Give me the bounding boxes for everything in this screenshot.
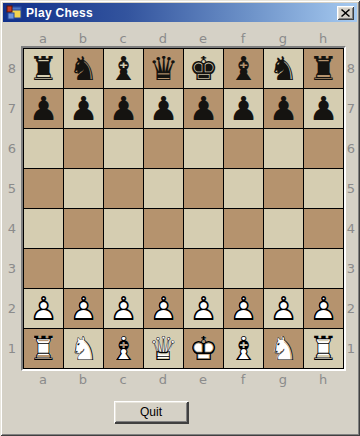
piece-white-knight[interactable]: ♞♘ [64,329,103,368]
file-labels-top: abcdefgh [23,31,343,46]
square-e2[interactable]: ♟♙ [184,289,223,328]
square-h1[interactable]: ♜♖ [304,329,343,368]
square-d1[interactable]: ♛♕ [144,329,183,368]
square-g3[interactable] [264,249,303,288]
piece-white-pawn[interactable]: ♟♙ [304,289,343,328]
square-c8[interactable]: ♝ [104,49,143,88]
square-d4[interactable] [144,209,183,248]
piece-glyph-outline: ♘ [64,329,103,368]
client-area: abcdefgh 87654321 ♜♞♝♛♚♝♞♜♟♟♟♟♟♟♟♟♟♙♟♙♟♙… [3,22,357,433]
rank-label-right-4: 4 [344,208,358,248]
piece-white-pawn[interactable]: ♟♙ [184,289,223,328]
square-h3[interactable] [304,249,343,288]
square-c3[interactable] [104,249,143,288]
square-a3[interactable] [24,249,63,288]
rank-label-right-3: 3 [344,248,358,288]
file-label-top-d: d [143,31,183,46]
rank-label-left-6: 6 [5,128,19,168]
rank-label-right-5: 5 [344,168,358,208]
square-c4[interactable] [104,209,143,248]
square-e6[interactable] [184,129,223,168]
file-label-top-e: e [183,31,223,46]
rank-label-left-2: 2 [5,288,19,328]
rank-label-right-8: 8 [344,48,358,88]
square-f2[interactable]: ♟♙ [224,289,263,328]
square-c7[interactable]: ♟ [104,89,143,128]
piece-black-pawn[interactable]: ♟ [229,89,259,128]
piece-black-pawn[interactable]: ♟ [309,89,339,128]
piece-glyph-outline: ♗ [224,329,263,368]
piece-glyph-outline: ♙ [224,289,263,328]
piece-glyph-outline: ♙ [24,289,63,328]
square-b2[interactable]: ♟♙ [64,289,103,328]
square-a5[interactable] [24,169,63,208]
square-c2[interactable]: ♟♙ [104,289,143,328]
piece-black-pawn[interactable]: ♟ [69,89,99,128]
file-label-top-a: a [23,31,63,46]
square-e1[interactable]: ♚♔ [184,329,223,368]
file-label-bottom-h: h [303,372,343,387]
piece-glyph-outline: ♕ [144,329,183,368]
square-g8[interactable]: ♞ [264,49,303,88]
rank-labels-left: 87654321 [5,48,19,368]
square-a1[interactable]: ♜♖ [24,329,63,368]
piece-black-pawn[interactable]: ♟ [29,89,59,128]
piece-white-king[interactable]: ♚♔ [184,329,223,368]
square-a2[interactable]: ♟♙ [24,289,63,328]
chess-board: ♜♞♝♛♚♝♞♜♟♟♟♟♟♟♟♟♟♙♟♙♟♙♟♙♟♙♟♙♟♙♟♙♜♖♞♘♝♗♛♕… [23,48,344,369]
square-a4[interactable] [24,209,63,248]
rank-label-right-7: 7 [344,88,358,128]
piece-white-bishop[interactable]: ♝♗ [224,329,263,368]
rank-label-right-1: 1 [344,328,358,368]
piece-black-knight[interactable]: ♞ [269,49,299,88]
rank-labels-right: 87654321 [344,48,358,368]
square-g1[interactable]: ♞♘ [264,329,303,368]
square-g6[interactable] [264,129,303,168]
piece-black-bishop[interactable]: ♝ [229,49,259,88]
square-d5[interactable] [144,169,183,208]
piece-black-pawn[interactable]: ♟ [269,89,299,128]
piece-glyph-outline: ♖ [24,329,63,368]
square-h4[interactable] [304,209,343,248]
piece-glyph-outline: ♙ [264,289,303,328]
piece-black-queen[interactable]: ♛ [149,49,179,88]
piece-black-king[interactable]: ♚ [189,49,219,88]
app-icon [6,5,22,21]
piece-glyph-outline: ♗ [104,329,143,368]
file-label-bottom-g: g [263,372,303,387]
square-b1[interactable]: ♞♘ [64,329,103,368]
piece-black-rook[interactable]: ♜ [309,49,339,88]
rank-label-right-2: 2 [344,288,358,328]
square-f8[interactable]: ♝ [224,49,263,88]
file-label-top-g: g [263,31,303,46]
piece-white-rook[interactable]: ♜♖ [304,329,343,368]
rank-label-left-4: 4 [5,208,19,248]
window-title: Play Chess [26,6,93,20]
square-b6[interactable] [64,129,103,168]
square-d7[interactable]: ♟ [144,89,183,128]
piece-white-pawn[interactable]: ♟♙ [264,289,303,328]
square-c5[interactable] [104,169,143,208]
square-f1[interactable]: ♝♗ [224,329,263,368]
square-e4[interactable] [184,209,223,248]
square-d6[interactable] [144,129,183,168]
piece-white-bishop[interactable]: ♝♗ [104,329,143,368]
square-a8[interactable]: ♜ [24,49,63,88]
square-d3[interactable] [144,249,183,288]
square-g5[interactable] [264,169,303,208]
piece-white-knight[interactable]: ♞♘ [264,329,303,368]
rank-label-left-3: 3 [5,248,19,288]
rank-label-right-6: 6 [344,128,358,168]
square-h7[interactable]: ♟ [304,89,343,128]
piece-white-pawn[interactable]: ♟♙ [64,289,103,328]
square-g4[interactable] [264,209,303,248]
square-a6[interactable] [24,129,63,168]
square-b5[interactable] [64,169,103,208]
square-f6[interactable] [224,129,263,168]
square-d8[interactable]: ♛ [144,49,183,88]
square-b8[interactable]: ♞ [64,49,103,88]
square-h5[interactable] [304,169,343,208]
piece-black-knight[interactable]: ♞ [69,49,99,88]
piece-glyph-outline: ♙ [144,289,183,328]
file-label-top-c: c [103,31,143,46]
piece-white-pawn[interactable]: ♟♙ [104,289,143,328]
file-label-bottom-f: f [223,372,263,387]
square-h6[interactable] [304,129,343,168]
piece-glyph-outline: ♙ [304,289,343,328]
file-label-top-h: h [303,31,343,46]
file-label-bottom-c: c [103,372,143,387]
file-label-bottom-b: b [63,372,103,387]
piece-white-pawn[interactable]: ♟♙ [224,289,263,328]
piece-white-rook[interactable]: ♜♖ [24,329,63,368]
file-labels-bottom: abcdefgh [23,372,343,387]
quit-button[interactable]: Quit [114,401,188,423]
piece-black-pawn[interactable]: ♟ [109,89,139,128]
square-e3[interactable] [184,249,223,288]
rank-label-left-1: 1 [5,328,19,368]
square-c6[interactable] [104,129,143,168]
piece-glyph-outline: ♙ [104,289,143,328]
play-chess-window: Play Chess abcdefgh 87654321 ♜♞♝♛♚♝♞♜♟♟♟… [0,0,360,436]
square-g7[interactable]: ♟ [264,89,303,128]
board-frame: ♜♞♝♛♚♝♞♜♟♟♟♟♟♟♟♟♟♙♟♙♟♙♟♙♟♙♟♙♟♙♟♙♜♖♞♘♝♗♛♕… [21,46,346,371]
piece-black-bishop[interactable]: ♝ [109,49,139,88]
square-g2[interactable]: ♟♙ [264,289,303,328]
piece-black-pawn[interactable]: ♟ [189,89,219,128]
piece-glyph-outline: ♙ [184,289,223,328]
rank-label-left-7: 7 [5,88,19,128]
titlebar[interactable]: Play Chess [3,3,357,22]
rank-label-left-5: 5 [5,168,19,208]
piece-glyph-outline: ♘ [264,329,303,368]
square-e8[interactable]: ♚ [184,49,223,88]
piece-white-pawn[interactable]: ♟♙ [144,289,183,328]
close-button[interactable] [337,6,354,20]
square-f5[interactable] [224,169,263,208]
square-f7[interactable]: ♟ [224,89,263,128]
piece-glyph-outline: ♔ [184,329,223,368]
piece-white-pawn[interactable]: ♟♙ [24,289,63,328]
square-h2[interactable]: ♟♙ [304,289,343,328]
piece-white-queen[interactable]: ♛♕ [144,329,183,368]
square-b3[interactable] [64,249,103,288]
file-label-bottom-d: d [143,372,183,387]
rank-label-left-8: 8 [5,48,19,88]
square-c1[interactable]: ♝♗ [104,329,143,368]
square-a7[interactable]: ♟ [24,89,63,128]
square-f3[interactable] [224,249,263,288]
square-e5[interactable] [184,169,223,208]
square-f4[interactable] [224,209,263,248]
piece-glyph-outline: ♖ [304,329,343,368]
square-b7[interactable]: ♟ [64,89,103,128]
square-h8[interactable]: ♜ [304,49,343,88]
close-icon [341,9,350,17]
file-label-top-b: b [63,31,103,46]
square-e7[interactable]: ♟ [184,89,223,128]
piece-glyph-outline: ♙ [64,289,103,328]
file-label-bottom-e: e [183,372,223,387]
file-label-top-f: f [223,31,263,46]
square-b4[interactable] [64,209,103,248]
file-label-bottom-a: a [23,372,63,387]
piece-black-rook[interactable]: ♜ [29,49,59,88]
square-d2[interactable]: ♟♙ [144,289,183,328]
piece-black-pawn[interactable]: ♟ [149,89,179,128]
